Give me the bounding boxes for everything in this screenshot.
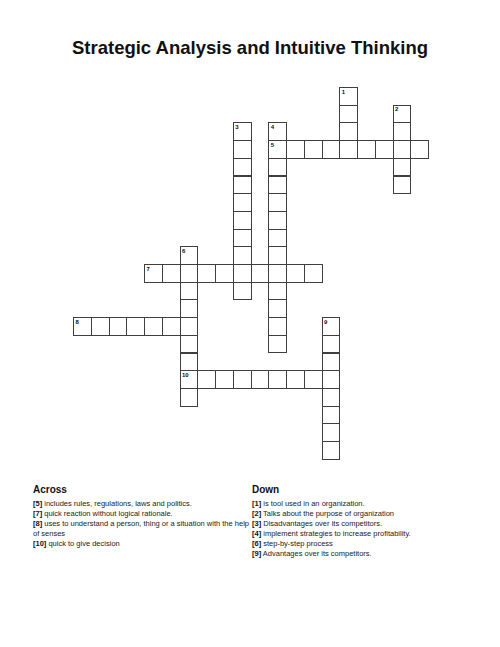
crossword-cell[interactable] [304,140,323,159]
clue-text: quick reaction without logical rationale… [42,509,173,518]
crossword-cell[interactable] [286,140,305,159]
clue-item: [6] step-by-step process [252,539,487,549]
clue-number-label: 9 [324,319,327,325]
crossword-cell[interactable] [322,423,341,442]
crossword-cell[interactable] [339,140,358,159]
crossword-cell[interactable] [322,335,341,354]
clue-text: quick to give decision [46,539,119,548]
clue-item: [8] uses to understand a person, thing o… [33,519,251,539]
clue-number-label: 4 [271,124,274,130]
crossword-cell[interactable] [126,317,145,336]
crossword-page: Strategic Analysis and Intuitive Thinkin… [0,0,500,647]
crossword-cell[interactable] [339,122,358,141]
clue-number-label: 3 [235,124,238,130]
crossword-cell[interactable] [109,317,128,336]
crossword-cell[interactable] [233,370,252,389]
crossword-cell[interactable] [410,140,429,159]
across-clue-list: [5] includes rules, regulations, laws an… [33,499,251,549]
clue-item: [2] Talks about the purpose of organizat… [252,509,487,519]
clue-text: includes rules, regulations, laws and po… [42,499,192,508]
crossword-cell[interactable] [162,317,181,336]
clue-text: Advantages over its competitors. [261,549,371,558]
crossword-cell[interactable] [268,193,287,212]
crossword-cell[interactable]: 5 [268,140,287,159]
clue-text: Talks about the purpose of organization [261,509,394,518]
crossword-cell[interactable] [180,264,199,283]
crossword-cell[interactable] [393,140,412,159]
crossword-cell[interactable] [393,176,412,195]
clue-number-label: 5 [271,142,274,148]
crossword-cell[interactable] [268,264,287,283]
crossword-cell[interactable] [197,264,216,283]
clue-number: [6] [252,539,261,548]
crossword-cell[interactable]: 9 [322,317,341,336]
crossword-cell[interactable] [180,388,199,407]
across-heading: Across [33,484,251,495]
crossword-cell[interactable] [375,140,394,159]
crossword-cell[interactable]: 3 [233,122,252,141]
crossword-cell[interactable] [233,158,252,177]
clue-number: [9] [252,549,261,558]
crossword-cell[interactable] [286,264,305,283]
crossword-cell[interactable]: 7 [144,264,163,283]
clue-number-label: 10 [182,372,189,378]
crossword-cell[interactable]: 1 [339,87,358,106]
clue-item: [3] Disadvantages over its competitors. [252,519,487,529]
crossword-cell[interactable] [339,105,358,124]
clue-text: step-by-step process [261,539,333,548]
clue-number-label: 1 [342,89,345,95]
crossword-cell[interactable] [268,317,287,336]
crossword-cell[interactable] [268,370,287,389]
crossword-cell[interactable]: 10 [180,370,199,389]
crossword-cell[interactable] [233,193,252,212]
crossword-cell[interactable] [180,335,199,354]
crossword-cell[interactable] [251,370,270,389]
crossword-cell[interactable] [215,264,234,283]
crossword-cell[interactable] [393,158,412,177]
clue-number-label: 6 [182,248,185,254]
down-clues-section: Down [1] is tool used in an organization… [252,484,487,559]
crossword-cell[interactable] [197,370,216,389]
crossword-cell[interactable]: 8 [73,317,92,336]
clue-item: [7] quick reaction without logical ratio… [33,509,251,519]
crossword-cell[interactable] [322,353,341,372]
crossword-cell[interactable] [304,264,323,283]
crossword-cell[interactable] [268,335,287,354]
crossword-cell[interactable] [322,370,341,389]
crossword-cell[interactable] [268,282,287,301]
crossword-cell[interactable] [322,406,341,425]
crossword-cell[interactable] [268,299,287,318]
clue-number-label: 8 [76,319,79,325]
clue-number: [8] [33,519,42,528]
crossword-cell[interactable] [304,370,323,389]
clue-number: [7] [33,509,42,518]
clue-number: [3] [252,519,261,528]
crossword-cell[interactable] [322,388,341,407]
crossword-cell[interactable] [215,370,234,389]
crossword-cell[interactable]: 6 [180,246,199,265]
crossword-cell[interactable] [233,211,252,230]
clue-number-label: 7 [147,266,150,272]
crossword-grid: 12345678910 [73,87,430,460]
clue-item: [1] is tool used in an organization. [252,499,487,509]
crossword-cell[interactable] [233,140,252,159]
clue-number: [4] [252,529,261,538]
clue-number: [5] [33,499,42,508]
clue-item: [10] quick to give decision [33,539,251,549]
crossword-cell[interactable] [268,246,287,265]
clue-text: Disadvantages over its competitors. [261,519,382,528]
crossword-cell[interactable] [322,140,341,159]
crossword-cell[interactable] [268,158,287,177]
clue-text: is tool used in an organization. [261,499,364,508]
clue-item: [4] implement strategies to increase pro… [252,529,487,539]
crossword-cell[interactable] [233,264,252,283]
crossword-cell[interactable] [233,246,252,265]
clue-number-label: 2 [395,106,398,112]
clue-item: [5] includes rules, regulations, laws an… [33,499,251,509]
crossword-cell[interactable] [180,353,199,372]
crossword-cell[interactable] [180,299,199,318]
crossword-cell[interactable] [233,282,252,301]
crossword-cell[interactable] [144,317,163,336]
clue-number: [10] [33,539,46,548]
down-heading: Down [252,484,487,495]
crossword-cell[interactable]: 4 [268,122,287,141]
clue-number: [1] [252,499,261,508]
crossword-cell[interactable] [251,264,270,283]
crossword-cell[interactable] [180,317,199,336]
crossword-cell[interactable] [393,122,412,141]
down-clue-list: [1] is tool used in an organization.[2] … [252,499,487,559]
crossword-cell[interactable] [268,211,287,230]
crossword-cell[interactable] [233,176,252,195]
crossword-cell[interactable] [268,176,287,195]
crossword-cell[interactable]: 2 [393,105,412,124]
crossword-cell[interactable] [286,370,305,389]
clue-number: [2] [252,509,261,518]
crossword-cell[interactable] [322,441,341,460]
clue-item: [9] Advantages over its competitors. [252,549,487,559]
clue-text: uses to understand a person, thing or a … [33,519,249,538]
crossword-cell[interactable] [91,317,110,336]
crossword-cell[interactable] [162,264,181,283]
crossword-cell[interactable] [233,229,252,248]
clue-text: implement strategies to increase profita… [261,529,411,538]
crossword-cell[interactable] [180,282,199,301]
crossword-cell[interactable] [268,229,287,248]
puzzle-title: Strategic Analysis and Intuitive Thinkin… [0,37,500,59]
crossword-cell[interactable] [357,140,376,159]
across-clues-section: Across [5] includes rules, regulations, … [33,484,251,549]
